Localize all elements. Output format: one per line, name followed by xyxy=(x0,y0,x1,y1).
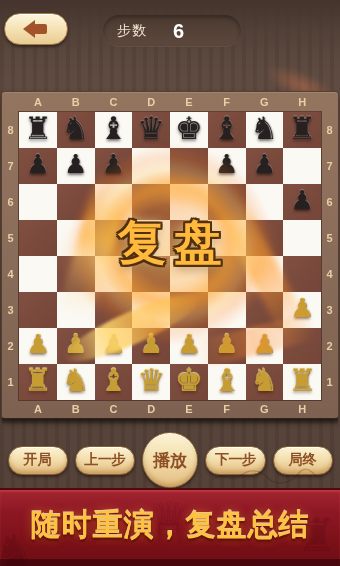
top-bar: 步数 6 xyxy=(0,0,340,55)
square-d7 xyxy=(132,148,170,184)
piece-wp: ♟ xyxy=(290,295,313,321)
back-button[interactable] xyxy=(4,13,68,45)
piece-wk: ♚ xyxy=(175,365,203,396)
opening-button[interactable]: 开局 xyxy=(8,446,68,475)
piece-wr: ♜ xyxy=(288,365,316,396)
square-e8: ♚ xyxy=(170,112,208,148)
chess-board: ABCDEFGH ABCDEFGH 87654321 87654321 ♜♞♝♛… xyxy=(2,92,338,418)
square-f8: ♝ xyxy=(208,112,246,148)
square-b3 xyxy=(57,292,95,328)
file-label-f: F xyxy=(208,400,246,418)
promo-banner: ♕ ♜ ♞ 随时重演，复盘总结 xyxy=(0,488,340,566)
piece-wp: ♟ xyxy=(139,331,162,357)
square-f6 xyxy=(208,184,246,220)
square-c7: ♟ xyxy=(95,148,133,184)
replay-overlay-label: 复盘 xyxy=(2,219,338,267)
square-b2: ♟ xyxy=(57,328,95,364)
piece-wp: ♟ xyxy=(64,331,87,357)
prev-step-button[interactable]: 上一步 xyxy=(75,446,136,475)
rank-label-8: 8 xyxy=(2,112,19,148)
square-h6: ♟ xyxy=(283,184,321,220)
piece-br: ♜ xyxy=(288,113,316,144)
piece-bp: ♟ xyxy=(102,151,125,177)
piece-bn: ♞ xyxy=(62,113,90,144)
square-d8: ♛ xyxy=(132,112,170,148)
square-h7 xyxy=(283,148,321,184)
rank-label-2: 2 xyxy=(2,328,19,364)
square-a3 xyxy=(19,292,57,328)
square-b8: ♞ xyxy=(57,112,95,148)
piece-wp: ♟ xyxy=(177,331,200,357)
rank-label-7: 7 xyxy=(2,148,19,184)
piece-bb: ♝ xyxy=(213,113,241,144)
piece-bq: ♛ xyxy=(137,113,165,144)
square-g8: ♞ xyxy=(246,112,284,148)
back-arrow-icon xyxy=(23,20,49,38)
square-h1: ♜ xyxy=(283,364,321,400)
square-a8: ♜ xyxy=(19,112,57,148)
piece-bp: ♟ xyxy=(26,151,49,177)
square-c3 xyxy=(95,292,133,328)
piece-wq: ♛ xyxy=(137,365,165,396)
square-d2: ♟ xyxy=(132,328,170,364)
piece-wp: ♟ xyxy=(26,331,49,357)
file-label-h: H xyxy=(283,400,321,418)
square-e2: ♟ xyxy=(170,328,208,364)
steps-label: 步数 xyxy=(117,22,147,40)
piece-bp: ♟ xyxy=(215,151,238,177)
square-h8: ♜ xyxy=(283,112,321,148)
rank-label-7: 7 xyxy=(321,148,338,184)
piece-bp: ♟ xyxy=(253,151,276,177)
square-a7: ♟ xyxy=(19,148,57,184)
square-g6 xyxy=(246,184,284,220)
rank-label-1: 1 xyxy=(321,364,338,400)
piece-wp: ♟ xyxy=(253,331,276,357)
rank-label-2: 2 xyxy=(321,328,338,364)
square-e1: ♚ xyxy=(170,364,208,400)
square-b6 xyxy=(57,184,95,220)
square-g3 xyxy=(246,292,284,328)
square-d6 xyxy=(132,184,170,220)
board-shadow xyxy=(2,418,338,425)
square-c1: ♝ xyxy=(95,364,133,400)
piece-wn: ♞ xyxy=(62,365,90,396)
play-button[interactable]: 播放 xyxy=(142,432,198,488)
piece-bn: ♞ xyxy=(250,113,278,144)
piece-wp: ♟ xyxy=(102,331,125,357)
square-f1: ♝ xyxy=(208,364,246,400)
rank-label-3: 3 xyxy=(2,292,19,328)
piece-wr: ♜ xyxy=(24,365,52,396)
square-f3 xyxy=(208,292,246,328)
square-g1: ♞ xyxy=(246,364,284,400)
piece-bp: ♟ xyxy=(64,151,87,177)
square-g7: ♟ xyxy=(246,148,284,184)
rank-label-6: 6 xyxy=(2,184,19,220)
square-a6 xyxy=(19,184,57,220)
rank-label-8: 8 xyxy=(321,112,338,148)
app-root: 步数 6 ABCDEFGH ABCDEFGH 87654321 87654321… xyxy=(0,0,340,566)
rank-label-6: 6 xyxy=(321,184,338,220)
piece-br: ♜ xyxy=(24,113,52,144)
square-a2: ♟ xyxy=(19,328,57,364)
square-h3: ♟ xyxy=(283,292,321,328)
square-e6 xyxy=(170,184,208,220)
wood-scribble xyxy=(210,466,320,486)
square-c6 xyxy=(95,184,133,220)
square-b7: ♟ xyxy=(57,148,95,184)
square-f2: ♟ xyxy=(208,328,246,364)
square-e3 xyxy=(170,292,208,328)
rank-label-3: 3 xyxy=(321,292,338,328)
file-label-b: B xyxy=(57,400,95,418)
piece-wb: ♝ xyxy=(213,365,241,396)
banner-text: 随时重演，复盘总结 xyxy=(31,505,310,552)
file-label-d: D xyxy=(132,400,170,418)
square-h2 xyxy=(283,328,321,364)
piece-bb: ♝ xyxy=(99,113,127,144)
square-c2: ♟ xyxy=(95,328,133,364)
steps-value: 6 xyxy=(173,20,184,43)
steps-counter: 步数 6 xyxy=(103,15,241,47)
piece-wb: ♝ xyxy=(99,365,127,396)
square-c8: ♝ xyxy=(95,112,133,148)
piece-bk: ♚ xyxy=(175,113,203,144)
file-label-g: G xyxy=(246,400,284,418)
rank-label-1: 1 xyxy=(2,364,19,400)
square-d1: ♛ xyxy=(132,364,170,400)
file-label-a: A xyxy=(19,400,57,418)
piece-wn: ♞ xyxy=(250,365,278,396)
square-a1: ♜ xyxy=(19,364,57,400)
file-label-c: C xyxy=(95,400,133,418)
square-f7: ♟ xyxy=(208,148,246,184)
file-labels-bottom: ABCDEFGH xyxy=(19,400,321,418)
piece-bp: ♟ xyxy=(290,187,313,213)
square-b1: ♞ xyxy=(57,364,95,400)
file-label-e: E xyxy=(170,400,208,418)
square-d3 xyxy=(132,292,170,328)
piece-wp: ♟ xyxy=(215,331,238,357)
square-g2: ♟ xyxy=(246,328,284,364)
square-e7 xyxy=(170,148,208,184)
